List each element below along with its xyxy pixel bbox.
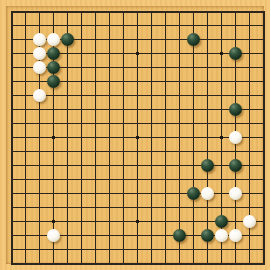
intersection-m12[interactable] <box>173 159 187 173</box>
intersection-g4[interactable] <box>89 47 103 61</box>
intersection-k17[interactable] <box>145 229 159 243</box>
intersection-r17[interactable] <box>243 229 257 243</box>
intersection-d11[interactable] <box>47 145 61 159</box>
intersection-j2[interactable] <box>131 19 145 33</box>
intersection-n7[interactable] <box>187 89 201 103</box>
intersection-a14[interactable] <box>5 187 19 201</box>
intersection-a5[interactable] <box>5 61 19 75</box>
intersection-r11[interactable] <box>243 145 257 159</box>
intersection-e10[interactable] <box>61 131 75 145</box>
intersection-e9[interactable] <box>61 117 75 131</box>
intersection-e13[interactable] <box>61 173 75 187</box>
intersection-g10[interactable] <box>89 131 103 145</box>
intersection-i13[interactable] <box>117 173 131 187</box>
intersection-a8[interactable] <box>5 103 19 117</box>
intersection-b17[interactable] <box>19 229 33 243</box>
intersection-q12[interactable]: ● <box>229 159 243 173</box>
intersection-e2[interactable] <box>61 19 75 33</box>
intersection-o12[interactable]: ● <box>201 159 215 173</box>
intersection-j13[interactable] <box>131 173 145 187</box>
intersection-f16[interactable] <box>75 215 89 229</box>
intersection-d5[interactable]: ● <box>47 61 61 75</box>
intersection-d2[interactable] <box>47 19 61 33</box>
intersection-n19[interactable] <box>187 257 201 270</box>
intersection-h8[interactable] <box>103 103 117 117</box>
intersection-c8[interactable] <box>33 103 47 117</box>
intersection-e18[interactable] <box>61 243 75 257</box>
intersection-o4[interactable] <box>201 47 215 61</box>
intersection-j15[interactable] <box>131 201 145 215</box>
intersection-d19[interactable] <box>47 257 61 270</box>
intersection-g14[interactable] <box>89 187 103 201</box>
intersection-p10[interactable] <box>215 131 229 145</box>
intersection-l10[interactable] <box>159 131 173 145</box>
intersection-l9[interactable] <box>159 117 173 131</box>
intersection-p7[interactable] <box>215 89 229 103</box>
intersection-a1[interactable] <box>5 5 19 19</box>
intersection-b6[interactable] <box>19 75 33 89</box>
intersection-a19[interactable] <box>5 257 19 270</box>
intersection-r1[interactable] <box>243 5 257 19</box>
intersection-s18[interactable] <box>257 243 271 257</box>
intersection-o1[interactable] <box>201 5 215 19</box>
intersection-d13[interactable] <box>47 173 61 187</box>
intersection-s15[interactable] <box>257 201 271 215</box>
intersection-c5[interactable]: ○ <box>33 61 47 75</box>
intersection-m1[interactable] <box>173 5 187 19</box>
intersection-i4[interactable] <box>117 47 131 61</box>
intersection-h11[interactable] <box>103 145 117 159</box>
intersection-d12[interactable] <box>47 159 61 173</box>
intersection-e17[interactable] <box>61 229 75 243</box>
intersection-q8[interactable]: ● <box>229 103 243 117</box>
intersection-f17[interactable] <box>75 229 89 243</box>
intersection-f7[interactable] <box>75 89 89 103</box>
intersection-l19[interactable] <box>159 257 173 270</box>
intersection-d14[interactable] <box>47 187 61 201</box>
intersection-m19[interactable] <box>173 257 187 270</box>
intersection-c1[interactable] <box>33 5 47 19</box>
intersection-s6[interactable] <box>257 75 271 89</box>
intersection-h17[interactable] <box>103 229 117 243</box>
intersection-a10[interactable] <box>5 131 19 145</box>
intersection-k11[interactable] <box>145 145 159 159</box>
intersection-n9[interactable] <box>187 117 201 131</box>
intersection-n18[interactable] <box>187 243 201 257</box>
intersection-s2[interactable] <box>257 19 271 33</box>
intersection-s11[interactable] <box>257 145 271 159</box>
intersection-p8[interactable] <box>215 103 229 117</box>
intersection-f5[interactable] <box>75 61 89 75</box>
intersection-n4[interactable] <box>187 47 201 61</box>
intersection-j14[interactable] <box>131 187 145 201</box>
intersection-s9[interactable] <box>257 117 271 131</box>
intersection-g3[interactable] <box>89 33 103 47</box>
intersection-b9[interactable] <box>19 117 33 131</box>
intersection-q14[interactable]: ○ <box>229 187 243 201</box>
intersection-k16[interactable] <box>145 215 159 229</box>
intersection-n6[interactable] <box>187 75 201 89</box>
intersection-i3[interactable] <box>117 33 131 47</box>
intersection-a3[interactable] <box>5 33 19 47</box>
intersection-e16[interactable] <box>61 215 75 229</box>
intersection-h2[interactable] <box>103 19 117 33</box>
intersection-s5[interactable] <box>257 61 271 75</box>
intersection-r4[interactable] <box>243 47 257 61</box>
intersection-s8[interactable] <box>257 103 271 117</box>
intersection-s17[interactable] <box>257 229 271 243</box>
intersection-g1[interactable] <box>89 5 103 19</box>
intersection-g11[interactable] <box>89 145 103 159</box>
intersection-a16[interactable] <box>5 215 19 229</box>
intersection-k19[interactable] <box>145 257 159 270</box>
intersection-b7[interactable] <box>19 89 33 103</box>
intersection-r8[interactable] <box>243 103 257 117</box>
intersection-g19[interactable] <box>89 257 103 270</box>
intersection-b1[interactable] <box>19 5 33 19</box>
intersection-p12[interactable] <box>215 159 229 173</box>
intersection-b8[interactable] <box>19 103 33 117</box>
intersection-s1[interactable] <box>257 5 271 19</box>
intersection-h19[interactable] <box>103 257 117 270</box>
intersection-q6[interactable] <box>229 75 243 89</box>
intersection-k12[interactable] <box>145 159 159 173</box>
intersection-b5[interactable] <box>19 61 33 75</box>
intersection-m14[interactable] <box>173 187 187 201</box>
intersection-m10[interactable] <box>173 131 187 145</box>
intersection-o9[interactable] <box>201 117 215 131</box>
intersection-g17[interactable] <box>89 229 103 243</box>
intersection-q5[interactable] <box>229 61 243 75</box>
intersection-m8[interactable] <box>173 103 187 117</box>
intersection-m3[interactable] <box>173 33 187 47</box>
intersection-i1[interactable] <box>117 5 131 19</box>
intersection-c7[interactable]: ○ <box>33 89 47 103</box>
intersection-p6[interactable] <box>215 75 229 89</box>
intersection-a12[interactable] <box>5 159 19 173</box>
intersection-j6[interactable] <box>131 75 145 89</box>
intersection-a13[interactable] <box>5 173 19 187</box>
intersection-k6[interactable] <box>145 75 159 89</box>
intersection-o11[interactable] <box>201 145 215 159</box>
intersection-h18[interactable] <box>103 243 117 257</box>
intersection-l7[interactable] <box>159 89 173 103</box>
intersection-l18[interactable] <box>159 243 173 257</box>
intersection-k7[interactable] <box>145 89 159 103</box>
intersection-k18[interactable] <box>145 243 159 257</box>
intersection-j5[interactable] <box>131 61 145 75</box>
intersection-n8[interactable] <box>187 103 201 117</box>
intersection-p1[interactable] <box>215 5 229 19</box>
intersection-k2[interactable] <box>145 19 159 33</box>
intersection-n12[interactable] <box>187 159 201 173</box>
intersection-j16[interactable] <box>131 215 145 229</box>
intersection-f11[interactable] <box>75 145 89 159</box>
intersection-o18[interactable] <box>201 243 215 257</box>
intersection-s14[interactable] <box>257 187 271 201</box>
intersection-e11[interactable] <box>61 145 75 159</box>
intersection-m17[interactable]: ● <box>173 229 187 243</box>
intersection-h16[interactable] <box>103 215 117 229</box>
intersection-m16[interactable] <box>173 215 187 229</box>
intersection-l3[interactable] <box>159 33 173 47</box>
intersection-l1[interactable] <box>159 5 173 19</box>
intersection-g13[interactable] <box>89 173 103 187</box>
intersection-f3[interactable] <box>75 33 89 47</box>
intersection-l12[interactable] <box>159 159 173 173</box>
intersection-g18[interactable] <box>89 243 103 257</box>
intersection-l4[interactable] <box>159 47 173 61</box>
intersection-c18[interactable] <box>33 243 47 257</box>
intersection-j8[interactable] <box>131 103 145 117</box>
intersection-m7[interactable] <box>173 89 187 103</box>
intersection-b11[interactable] <box>19 145 33 159</box>
intersection-g16[interactable] <box>89 215 103 229</box>
intersection-f4[interactable] <box>75 47 89 61</box>
intersection-o15[interactable] <box>201 201 215 215</box>
intersection-c14[interactable] <box>33 187 47 201</box>
intersection-d4[interactable]: ● <box>47 47 61 61</box>
intersection-l16[interactable] <box>159 215 173 229</box>
intersection-f14[interactable] <box>75 187 89 201</box>
intersection-q11[interactable] <box>229 145 243 159</box>
intersection-f12[interactable] <box>75 159 89 173</box>
intersection-n17[interactable] <box>187 229 201 243</box>
intersection-c12[interactable] <box>33 159 47 173</box>
intersection-a15[interactable] <box>5 201 19 215</box>
intersection-k15[interactable] <box>145 201 159 215</box>
intersection-n15[interactable] <box>187 201 201 215</box>
intersection-o14[interactable]: ○ <box>201 187 215 201</box>
intersection-h7[interactable] <box>103 89 117 103</box>
intersection-f6[interactable] <box>75 75 89 89</box>
intersection-i15[interactable] <box>117 201 131 215</box>
intersection-i18[interactable] <box>117 243 131 257</box>
intersection-o8[interactable] <box>201 103 215 117</box>
intersection-c11[interactable] <box>33 145 47 159</box>
intersection-s19[interactable] <box>257 257 271 270</box>
intersection-g2[interactable] <box>89 19 103 33</box>
intersection-f8[interactable] <box>75 103 89 117</box>
intersection-i9[interactable] <box>117 117 131 131</box>
intersection-n10[interactable] <box>187 131 201 145</box>
intersection-m15[interactable] <box>173 201 187 215</box>
intersection-i11[interactable] <box>117 145 131 159</box>
intersection-f1[interactable] <box>75 5 89 19</box>
intersection-q18[interactable] <box>229 243 243 257</box>
intersection-j11[interactable] <box>131 145 145 159</box>
intersection-c9[interactable] <box>33 117 47 131</box>
intersection-e5[interactable] <box>61 61 75 75</box>
intersection-p16[interactable]: ● <box>215 215 229 229</box>
intersection-g6[interactable] <box>89 75 103 89</box>
intersection-m18[interactable] <box>173 243 187 257</box>
intersection-o6[interactable] <box>201 75 215 89</box>
intersection-o5[interactable] <box>201 61 215 75</box>
intersection-l13[interactable] <box>159 173 173 187</box>
intersection-i5[interactable] <box>117 61 131 75</box>
intersection-r12[interactable] <box>243 159 257 173</box>
intersection-k8[interactable] <box>145 103 159 117</box>
intersection-d9[interactable] <box>47 117 61 131</box>
intersection-p5[interactable] <box>215 61 229 75</box>
intersection-d16[interactable] <box>47 215 61 229</box>
intersection-r18[interactable] <box>243 243 257 257</box>
intersection-h4[interactable] <box>103 47 117 61</box>
intersection-s3[interactable] <box>257 33 271 47</box>
intersection-h5[interactable] <box>103 61 117 75</box>
intersection-s10[interactable] <box>257 131 271 145</box>
intersection-d15[interactable] <box>47 201 61 215</box>
intersection-e14[interactable] <box>61 187 75 201</box>
intersection-h14[interactable] <box>103 187 117 201</box>
intersection-m13[interactable] <box>173 173 187 187</box>
intersection-d3[interactable]: ○ <box>47 33 61 47</box>
intersection-j1[interactable] <box>131 5 145 19</box>
intersection-h9[interactable] <box>103 117 117 131</box>
intersection-d6[interactable]: ● <box>47 75 61 89</box>
intersection-g12[interactable] <box>89 159 103 173</box>
intersection-l15[interactable] <box>159 201 173 215</box>
intersection-h12[interactable] <box>103 159 117 173</box>
intersection-p13[interactable] <box>215 173 229 187</box>
intersection-o19[interactable] <box>201 257 215 270</box>
intersection-p2[interactable] <box>215 19 229 33</box>
intersection-k1[interactable] <box>145 5 159 19</box>
intersection-e15[interactable] <box>61 201 75 215</box>
intersection-b2[interactable] <box>19 19 33 33</box>
intersection-d18[interactable] <box>47 243 61 257</box>
intersection-m4[interactable] <box>173 47 187 61</box>
intersection-k5[interactable] <box>145 61 159 75</box>
intersection-r3[interactable] <box>243 33 257 47</box>
intersection-r5[interactable] <box>243 61 257 75</box>
intersection-n5[interactable] <box>187 61 201 75</box>
intersection-r13[interactable] <box>243 173 257 187</box>
intersection-c6[interactable] <box>33 75 47 89</box>
intersection-j4[interactable] <box>131 47 145 61</box>
intersection-f2[interactable] <box>75 19 89 33</box>
intersection-j12[interactable] <box>131 159 145 173</box>
intersection-e8[interactable] <box>61 103 75 117</box>
intersection-b4[interactable] <box>19 47 33 61</box>
intersection-g8[interactable] <box>89 103 103 117</box>
intersection-j19[interactable] <box>131 257 145 270</box>
intersection-m5[interactable] <box>173 61 187 75</box>
go-board[interactable]: ○○●●○●●○●●○●○●●●○○●○○●●○○ <box>5 5 271 270</box>
intersection-a11[interactable] <box>5 145 19 159</box>
intersection-a2[interactable] <box>5 19 19 33</box>
intersection-i17[interactable] <box>117 229 131 243</box>
intersection-j18[interactable] <box>131 243 145 257</box>
intersection-q3[interactable] <box>229 33 243 47</box>
intersection-g9[interactable] <box>89 117 103 131</box>
intersection-e19[interactable] <box>61 257 75 270</box>
intersection-i6[interactable] <box>117 75 131 89</box>
intersection-n3[interactable]: ● <box>187 33 201 47</box>
intersection-o3[interactable] <box>201 33 215 47</box>
intersection-f19[interactable] <box>75 257 89 270</box>
intersection-b19[interactable] <box>19 257 33 270</box>
intersection-l8[interactable] <box>159 103 173 117</box>
intersection-r16[interactable]: ○ <box>243 215 257 229</box>
intersection-a7[interactable] <box>5 89 19 103</box>
intersection-s16[interactable] <box>257 215 271 229</box>
intersection-e4[interactable] <box>61 47 75 61</box>
intersection-k10[interactable] <box>145 131 159 145</box>
intersection-b18[interactable] <box>19 243 33 257</box>
intersection-c4[interactable]: ○ <box>33 47 47 61</box>
intersection-h13[interactable] <box>103 173 117 187</box>
intersection-o13[interactable] <box>201 173 215 187</box>
intersection-c17[interactable] <box>33 229 47 243</box>
intersection-c10[interactable] <box>33 131 47 145</box>
intersection-q13[interactable] <box>229 173 243 187</box>
intersection-p15[interactable] <box>215 201 229 215</box>
intersection-i7[interactable] <box>117 89 131 103</box>
intersection-s7[interactable] <box>257 89 271 103</box>
intersection-c2[interactable] <box>33 19 47 33</box>
intersection-k14[interactable] <box>145 187 159 201</box>
intersection-p17[interactable]: ○ <box>215 229 229 243</box>
intersection-r19[interactable] <box>243 257 257 270</box>
intersection-n16[interactable] <box>187 215 201 229</box>
intersection-a6[interactable] <box>5 75 19 89</box>
intersection-g7[interactable] <box>89 89 103 103</box>
intersection-q10[interactable]: ○ <box>229 131 243 145</box>
intersection-d8[interactable] <box>47 103 61 117</box>
intersection-a4[interactable] <box>5 47 19 61</box>
intersection-p14[interactable] <box>215 187 229 201</box>
intersection-b13[interactable] <box>19 173 33 187</box>
intersection-q19[interactable] <box>229 257 243 270</box>
intersection-q7[interactable] <box>229 89 243 103</box>
intersection-m6[interactable] <box>173 75 187 89</box>
intersection-n13[interactable] <box>187 173 201 187</box>
intersection-n11[interactable] <box>187 145 201 159</box>
intersection-e6[interactable] <box>61 75 75 89</box>
intersection-c19[interactable] <box>33 257 47 270</box>
intersection-j3[interactable] <box>131 33 145 47</box>
intersection-b10[interactable] <box>19 131 33 145</box>
intersection-n14[interactable]: ● <box>187 187 201 201</box>
intersection-g5[interactable] <box>89 61 103 75</box>
intersection-l2[interactable] <box>159 19 173 33</box>
intersection-q4[interactable]: ● <box>229 47 243 61</box>
intersection-o16[interactable] <box>201 215 215 229</box>
intersection-q15[interactable] <box>229 201 243 215</box>
intersection-g15[interactable] <box>89 201 103 215</box>
intersection-m9[interactable] <box>173 117 187 131</box>
intersection-o7[interactable] <box>201 89 215 103</box>
intersection-r7[interactable] <box>243 89 257 103</box>
intersection-j7[interactable] <box>131 89 145 103</box>
intersection-o17[interactable]: ● <box>201 229 215 243</box>
intersection-s13[interactable] <box>257 173 271 187</box>
intersection-j9[interactable] <box>131 117 145 131</box>
intersection-f13[interactable] <box>75 173 89 187</box>
intersection-c3[interactable]: ○ <box>33 33 47 47</box>
intersection-i8[interactable] <box>117 103 131 117</box>
intersection-p4[interactable] <box>215 47 229 61</box>
intersection-i12[interactable] <box>117 159 131 173</box>
intersection-b15[interactable] <box>19 201 33 215</box>
intersection-e7[interactable] <box>61 89 75 103</box>
intersection-m2[interactable] <box>173 19 187 33</box>
intersection-i2[interactable] <box>117 19 131 33</box>
intersection-h10[interactable] <box>103 131 117 145</box>
intersection-p3[interactable] <box>215 33 229 47</box>
